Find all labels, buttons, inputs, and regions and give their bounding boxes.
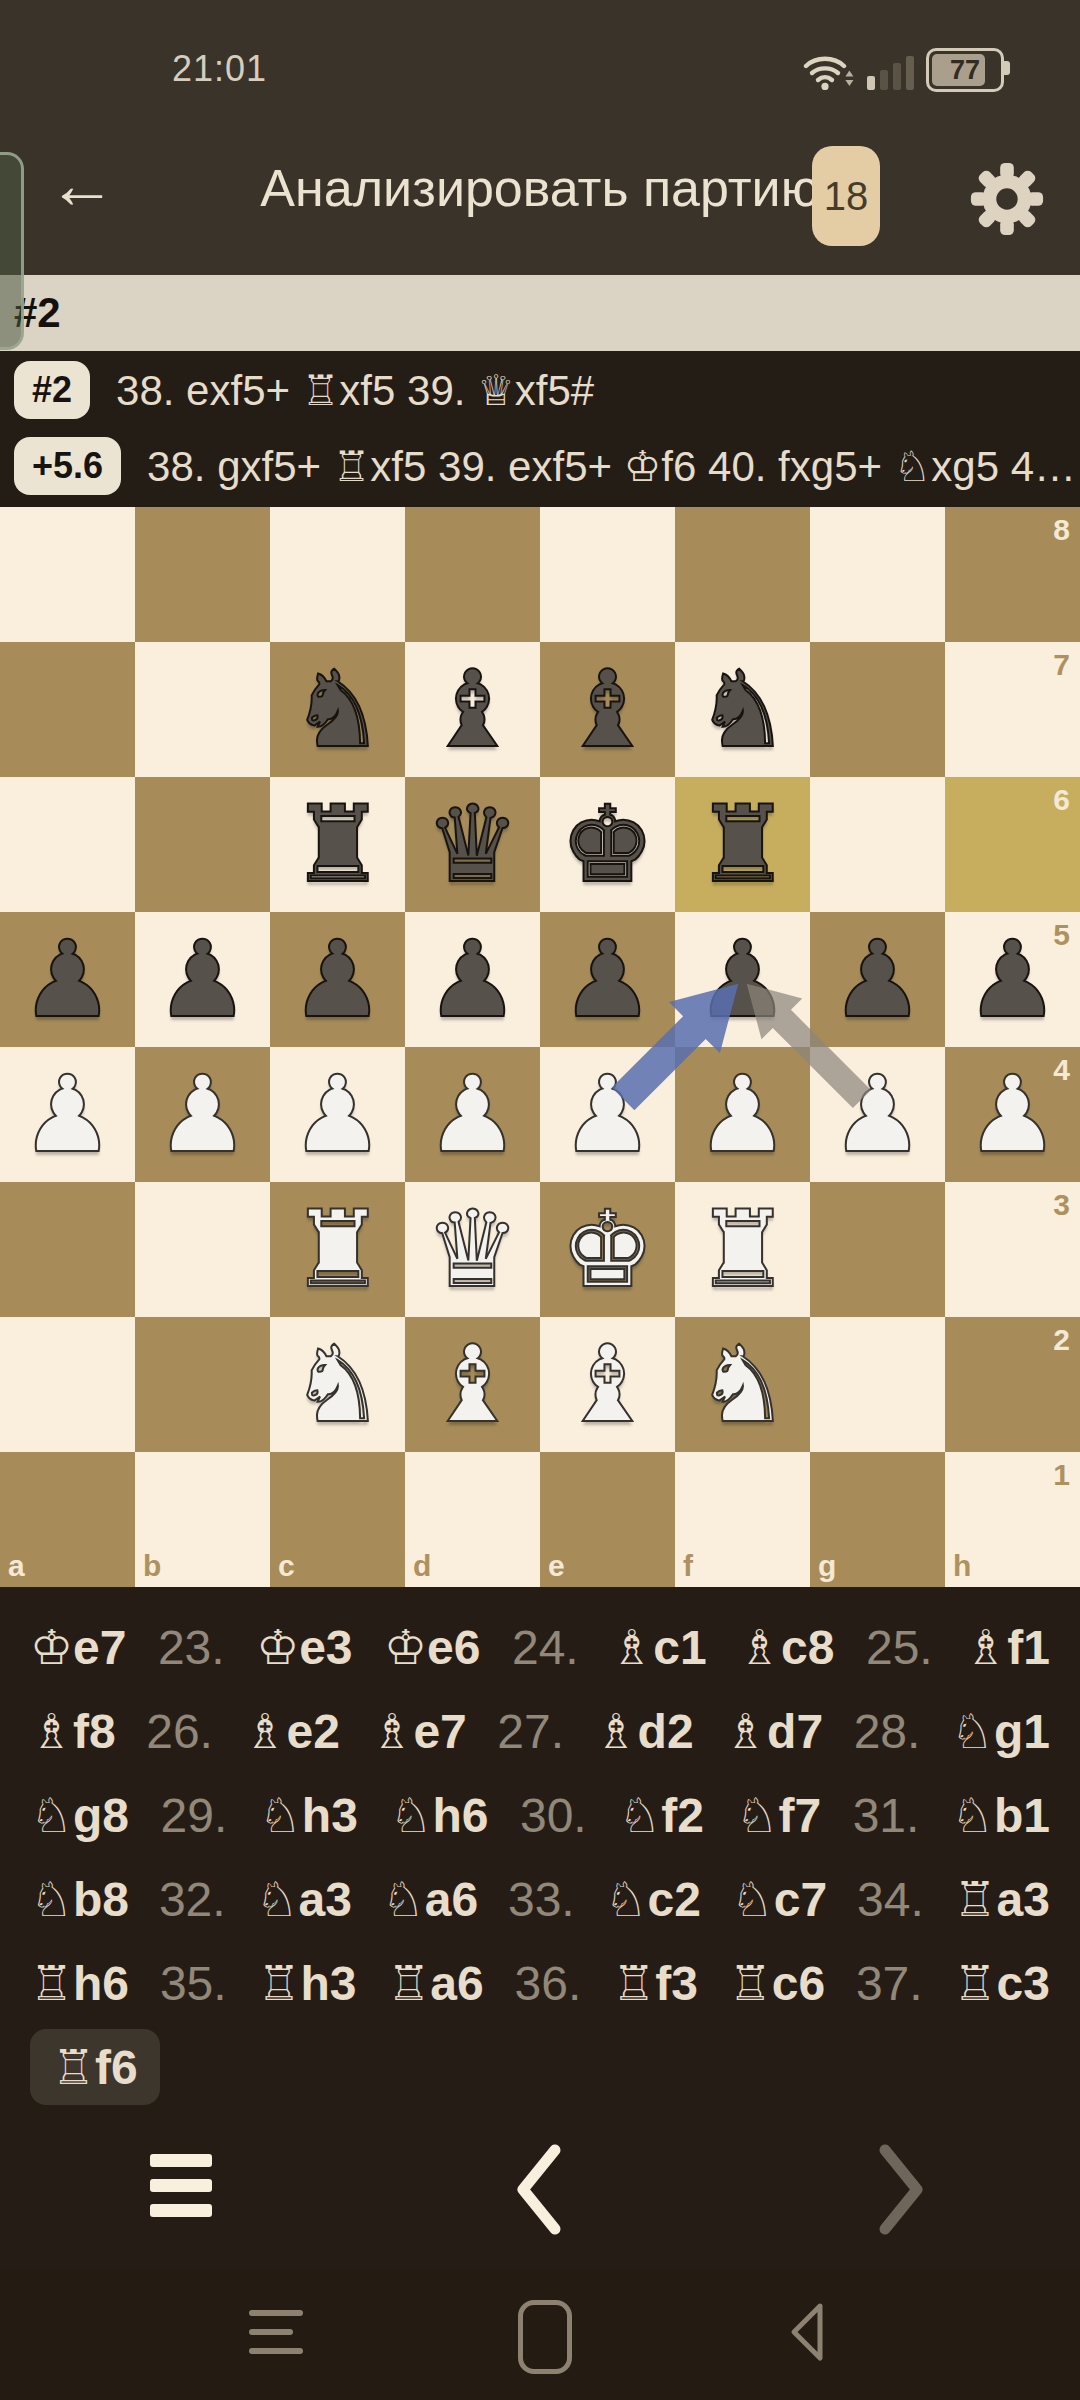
move-san[interactable]: ♖c3 [953,1955,1049,2011]
white-pawn[interactable]: ♟ [405,1047,540,1182]
engine-line-moves: 38. exf5+ ♖xf5 39. ♕xf5# [116,366,594,415]
white-bishop[interactable]: ♝ [540,1317,675,1452]
white-queen[interactable]: ♛ [405,1182,540,1317]
move-san[interactable]: ♘f2 [618,1787,704,1843]
square-b6[interactable] [135,777,270,912]
edge-panel-handle[interactable] [0,152,24,350]
menu-button[interactable] [150,2154,212,2229]
square-a5[interactable]: ♟ [0,912,135,1047]
move-san[interactable]: ♘b8 [30,1871,129,1927]
square-f7[interactable]: ♞ [675,642,810,777]
square-b4[interactable]: ♟ [135,1047,270,1182]
move-number: 24. [512,1620,579,1675]
square-g2[interactable] [810,1317,945,1452]
analysis-controls [0,2130,1080,2260]
square-c4[interactable]: ♟ [270,1047,405,1182]
move-san[interactable]: ♘g8 [30,1787,129,1843]
move-list-row: ♘b832.♘a3♘a633.♘c2♘c734.♖a3 [30,1857,1050,1941]
square-b7[interactable] [135,642,270,777]
square-g4[interactable]: ♟ [810,1047,945,1182]
square-g3[interactable] [810,1182,945,1317]
move-san[interactable]: ♘h6 [389,1787,488,1843]
move-list-row: ♔e723.♔e3♔e624.♗c1♗c825.♗f1 [30,1605,1050,1689]
square-a6[interactable] [0,777,135,912]
file-label-b: b [143,1549,161,1583]
square-d3[interactable]: ♛ [405,1182,540,1317]
cellular-signal-icon [867,54,914,92]
move-list-row: ♘g829.♘h3♘h630.♘f2♘f731.♘b1 [30,1773,1050,1857]
square-a4[interactable]: ♟ [0,1047,135,1182]
square-h5[interactable]: 5♟ [945,912,1080,1047]
move-number: 23. [158,1620,225,1675]
move-san[interactable]: ♔e7 [30,1619,126,1675]
square-f6[interactable]: ♜ [675,777,810,912]
square-d8[interactable] [405,507,540,642]
move-san[interactable]: ♖a6 [387,1955,483,2011]
square-c7[interactable]: ♞ [270,642,405,777]
move-number: 27. [497,1704,564,1759]
status-icons: 77 [803,48,1004,92]
settings-gear-icon[interactable] [968,160,1046,238]
square-e3[interactable]: ♚ [540,1182,675,1317]
clock: 21:01 [172,48,267,90]
black-pawn[interactable]: ♟ [675,912,810,1047]
black-pawn[interactable]: ♟ [270,912,405,1047]
square-b8[interactable] [135,507,270,642]
home-button[interactable] [518,2300,572,2374]
black-king[interactable]: ♚ [540,777,675,912]
square-h8[interactable]: 8 [945,507,1080,642]
square-e8[interactable] [540,507,675,642]
move-san[interactable]: ♘a6 [382,1871,478,1927]
move-san[interactable]: ♘g1 [951,1703,1050,1759]
square-h4[interactable]: 4♟ [945,1047,1080,1182]
black-rook[interactable]: ♜ [675,777,810,912]
square-d5[interactable]: ♟ [405,912,540,1047]
square-c3[interactable]: ♜ [270,1182,405,1317]
move-san[interactable]: ♘c2 [605,1871,701,1927]
android-nav-bar [0,2270,1080,2400]
move-san[interactable]: ♗f8 [30,1703,116,1759]
file-label-g: g [818,1549,836,1583]
square-g5[interactable]: ♟ [810,912,945,1047]
square-b5[interactable]: ♟ [135,912,270,1047]
next-move-button[interactable] [865,2142,935,2237]
file-label-f: f [683,1549,693,1583]
file-label-e: e [548,1549,565,1583]
file-label-h: h [953,1549,971,1583]
move-san[interactable]: ♗c1 [610,1619,706,1675]
square-c5[interactable]: ♟ [270,912,405,1047]
status-bar: 21:01 77 [0,0,1080,100]
move-san[interactable]: ♖c6 [729,1955,825,2011]
move-san[interactable]: ♘c7 [731,1871,827,1927]
move-number: 34. [857,1872,924,1927]
current-move[interactable]: ♖f6 [30,2029,160,2105]
black-pawn[interactable]: ♟ [810,912,945,1047]
square-d7[interactable]: ♝ [405,642,540,777]
white-pawn[interactable]: ♟ [810,1047,945,1182]
eval-badge: +5.6 [14,437,121,495]
rank-label-8: 8 [1053,513,1070,547]
file-label-d: d [413,1549,431,1583]
square-e4[interactable]: ♟ [540,1047,675,1182]
black-pawn[interactable]: ♟ [540,912,675,1047]
move-san[interactable]: ♖h6 [30,1955,129,2011]
white-knight[interactable]: ♞ [675,1317,810,1452]
black-bishop[interactable]: ♝ [405,642,540,777]
move-san[interactable]: ♘f7 [735,1787,821,1843]
move-number: 30. [520,1788,587,1843]
square-g6[interactable] [810,777,945,912]
app-screen: 21:01 77 ← Анализировать партию [0,0,1080,2400]
move-list-row: ♖f6 [30,2025,1050,2109]
square-c2[interactable]: ♞ [270,1317,405,1452]
white-pawn[interactable]: ♟ [675,1047,810,1182]
square-d2[interactable]: ♝ [405,1317,540,1452]
chess-board: 8♞♝♝♞7♜♛♚♜6♟♟♟♟♟♟♟5♟♟♟♟♟♟♟♟4♟♜♛♚♜3♞♝♝♞2a… [0,507,1080,1587]
depth-badge: 18 [812,146,880,246]
white-rook[interactable]: ♜ [270,1182,405,1317]
white-king[interactable]: ♚ [540,1182,675,1317]
white-pawn[interactable]: ♟ [135,1047,270,1182]
square-c1[interactable]: c [270,1452,405,1587]
white-pawn[interactable]: ♟ [945,1047,1080,1182]
move-list-row: ♖h635.♖h3♖a636.♖f3♖c637.♖c3 [30,1941,1050,2025]
move-number: 35. [160,1956,227,2011]
square-f4[interactable]: ♟ [675,1047,810,1182]
square-a7[interactable] [0,642,135,777]
square-f8[interactable] [675,507,810,642]
move-san[interactable]: ♖f3 [612,1955,698,2011]
black-knight[interactable]: ♞ [675,642,810,777]
recents-button[interactable] [249,2310,303,2367]
rank-label-7: 7 [1053,648,1070,682]
move-number: 26. [146,1704,213,1759]
black-pawn[interactable]: ♟ [0,912,135,1047]
white-pawn[interactable]: ♟ [540,1047,675,1182]
square-f1[interactable]: f [675,1452,810,1587]
square-h6[interactable]: 6 [945,777,1080,912]
engine-line-moves: 38. gxf5+ ♖xf5 39. exf5+ ♔f6 40. fxg5+ ♘… [147,442,1074,491]
move-san[interactable]: ♘a3 [255,1871,351,1927]
black-queen[interactable]: ♛ [405,777,540,912]
file-label-c: c [278,1549,295,1583]
engine-line-1[interactable]: #2 38. exf5+ ♖xf5 39. ♕xf5# [14,353,1074,427]
move-san[interactable]: ♗d2 [595,1703,694,1759]
android-back-button[interactable] [782,2300,830,2364]
square-a3[interactable] [0,1182,135,1317]
white-bishop[interactable]: ♝ [405,1317,540,1452]
move-san[interactable]: ♔e3 [256,1619,352,1675]
white-pawn[interactable]: ♟ [0,1047,135,1182]
wifi-icon [803,52,855,92]
square-a1[interactable]: a [0,1452,135,1587]
rank-label-1: 1 [1053,1458,1070,1492]
square-g7[interactable] [810,642,945,777]
square-a2[interactable] [0,1317,135,1452]
move-number: 36. [515,1956,582,2011]
move-san[interactable]: ♗d7 [724,1703,823,1759]
move-number: 25. [866,1620,933,1675]
move-number: 33. [508,1872,575,1927]
square-e6[interactable]: ♚ [540,777,675,912]
white-rook[interactable]: ♜ [675,1182,810,1317]
square-g1[interactable]: g [810,1452,945,1587]
battery-icon: 77 [926,48,1004,92]
move-san[interactable]: ♘b1 [951,1787,1050,1843]
square-h3[interactable]: 3 [945,1182,1080,1317]
square-e2[interactable]: ♝ [540,1317,675,1452]
eval-gauge: #2 [0,275,1080,351]
square-d6[interactable]: ♛ [405,777,540,912]
square-b1[interactable]: b [135,1452,270,1587]
white-pawn[interactable]: ♟ [270,1047,405,1182]
eval-badge: #2 [14,361,90,419]
move-list: ♔e723.♔e3♔e624.♗c1♗c825.♗f1♗f826.♗e2♗e72… [0,1587,1080,2109]
file-label-a: a [8,1549,25,1583]
black-bishop[interactable]: ♝ [540,642,675,777]
square-e7[interactable]: ♝ [540,642,675,777]
black-pawn[interactable]: ♟ [405,912,540,1047]
square-h2[interactable]: 2 [945,1317,1080,1452]
header: ← Анализировать партию 18 [0,100,1080,275]
move-number: 32. [159,1872,226,1927]
black-rook[interactable]: ♜ [270,777,405,912]
page-title: Анализировать партию [0,158,1080,218]
move-list-row: ♗f826.♗e2♗e727.♗d2♗d728.♘g1 [30,1689,1050,1773]
square-h7[interactable]: 7 [945,642,1080,777]
square-c6[interactable]: ♜ [270,777,405,912]
square-c8[interactable] [270,507,405,642]
square-f2[interactable]: ♞ [675,1317,810,1452]
move-number: 37. [856,1956,923,2011]
black-pawn[interactable]: ♟ [945,912,1080,1047]
square-h1[interactable]: h1 [945,1452,1080,1587]
square-d1[interactable]: d [405,1452,540,1587]
move-san[interactable]: ♗c8 [738,1619,834,1675]
rank-label-6: 6 [1053,783,1070,817]
square-f5[interactable]: ♟ [675,912,810,1047]
move-san[interactable]: ♗e7 [370,1703,466,1759]
rank-label-2: 2 [1053,1323,1070,1357]
move-number: 29. [161,1788,228,1843]
move-san[interactable]: ♔e6 [384,1619,480,1675]
move-san[interactable]: ♘h3 [259,1787,358,1843]
square-e1[interactable]: e [540,1452,675,1587]
white-knight[interactable]: ♞ [270,1317,405,1452]
square-d4[interactable]: ♟ [405,1047,540,1182]
previous-move-button[interactable] [505,2142,575,2237]
move-number: 28. [854,1704,921,1759]
black-pawn[interactable]: ♟ [135,912,270,1047]
engine-line-2[interactable]: +5.6 38. gxf5+ ♖xf5 39. exf5+ ♔f6 40. fx… [14,429,1074,503]
square-f3[interactable]: ♜ [675,1182,810,1317]
square-b3[interactable] [135,1182,270,1317]
black-knight[interactable]: ♞ [270,642,405,777]
move-san[interactable]: ♗e2 [243,1703,339,1759]
square-b2[interactable] [135,1317,270,1452]
battery-nub [1004,61,1010,75]
move-san[interactable]: ♗f1 [964,1619,1050,1675]
square-a8[interactable] [0,507,135,642]
move-san[interactable]: ♖h3 [257,1955,356,2011]
rank-label-3: 3 [1053,1188,1070,1222]
engine-panel: #2 38. exf5+ ♖xf5 39. ♕xf5# +5.6 38. gxf… [0,351,1080,507]
square-e5[interactable]: ♟ [540,912,675,1047]
move-san[interactable]: ♖a3 [954,1871,1050,1927]
move-number: 31. [853,1788,920,1843]
battery-percent: 77 [929,51,1001,89]
square-g8[interactable] [810,507,945,642]
